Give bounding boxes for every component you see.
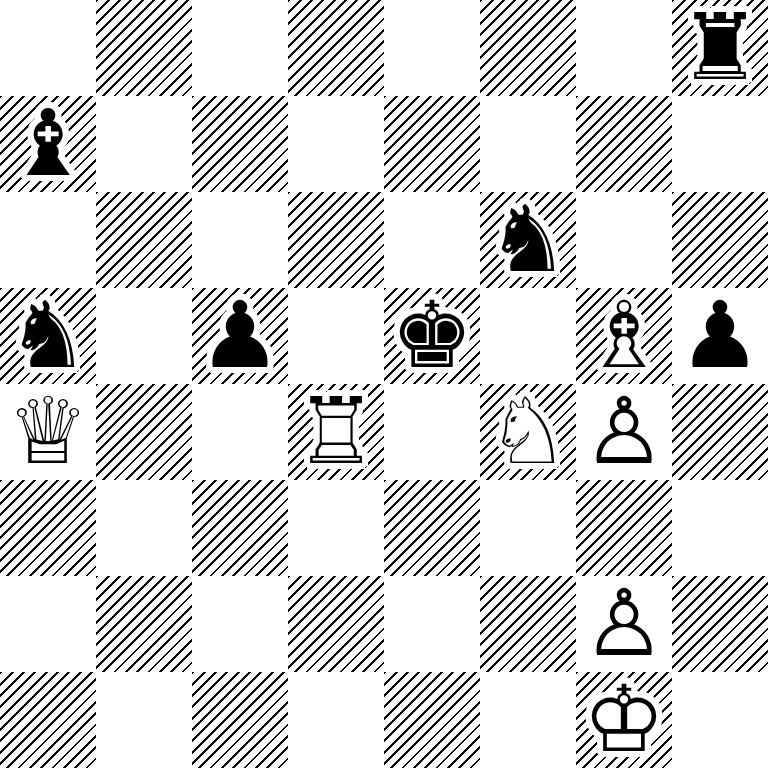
square-b4[interactable] [96, 384, 192, 480]
square-b1[interactable] [96, 672, 192, 768]
square-g8[interactable] [576, 0, 672, 96]
square-g7[interactable] [576, 96, 672, 192]
square-a6[interactable] [0, 192, 96, 288]
square-h1[interactable] [672, 672, 768, 768]
square-b8[interactable] [96, 0, 192, 96]
square-h5[interactable]: ♟♟ [672, 288, 768, 384]
square-c2[interactable] [192, 576, 288, 672]
square-e8[interactable] [384, 0, 480, 96]
piece-black-bishop[interactable]: ♝♝ [0, 96, 96, 192]
white-rook-glyph: ♖ [295, 386, 377, 478]
square-g2[interactable]: ♟♙ [576, 576, 672, 672]
black-king-glyph: ♚ [391, 290, 473, 382]
square-g1[interactable]: ♚♔ [576, 672, 672, 768]
square-f7[interactable] [480, 96, 576, 192]
black-pawn-glyph: ♟ [679, 290, 761, 382]
square-a5[interactable]: ♞♞ [0, 288, 96, 384]
square-d4[interactable]: ♜♖ [288, 384, 384, 480]
square-f5[interactable] [480, 288, 576, 384]
piece-white-pawn[interactable]: ♟♙ [576, 384, 672, 480]
square-d5[interactable] [288, 288, 384, 384]
white-pawn-glyph: ♙ [583, 386, 665, 478]
square-d7[interactable] [288, 96, 384, 192]
square-d3[interactable] [288, 480, 384, 576]
black-bishop-glyph: ♝ [7, 98, 89, 190]
square-c7[interactable] [192, 96, 288, 192]
square-g3[interactable] [576, 480, 672, 576]
piece-black-king[interactable]: ♚♚ [384, 288, 480, 384]
piece-white-pawn[interactable]: ♟♙ [576, 576, 672, 672]
square-e5[interactable]: ♚♚ [384, 288, 480, 384]
square-f6[interactable]: ♞♞ [480, 192, 576, 288]
white-king-glyph: ♔ [583, 674, 665, 766]
square-h3[interactable] [672, 480, 768, 576]
black-pawn-glyph: ♟ [199, 290, 281, 382]
square-e7[interactable] [384, 96, 480, 192]
black-rook-glyph: ♜ [679, 2, 761, 94]
piece-white-king[interactable]: ♚♔ [576, 672, 672, 768]
black-knight-glyph: ♞ [7, 290, 89, 382]
square-f2[interactable] [480, 576, 576, 672]
piece-white-knight[interactable]: ♞♘ [480, 384, 576, 480]
square-a7[interactable]: ♝♝ [0, 96, 96, 192]
square-e4[interactable] [384, 384, 480, 480]
square-a3[interactable] [0, 480, 96, 576]
square-d2[interactable] [288, 576, 384, 672]
square-b2[interactable] [96, 576, 192, 672]
square-b3[interactable] [96, 480, 192, 576]
square-h6[interactable] [672, 192, 768, 288]
piece-white-queen[interactable]: ♛♕ [0, 384, 96, 480]
square-f4[interactable]: ♞♘ [480, 384, 576, 480]
square-b5[interactable] [96, 288, 192, 384]
square-g4[interactable]: ♟♙ [576, 384, 672, 480]
piece-black-pawn[interactable]: ♟♟ [192, 288, 288, 384]
white-pawn-glyph: ♙ [583, 578, 665, 670]
square-g6[interactable] [576, 192, 672, 288]
piece-white-rook[interactable]: ♜♖ [288, 384, 384, 480]
square-c3[interactable] [192, 480, 288, 576]
piece-white-bishop[interactable]: ♝♗ [576, 288, 672, 384]
chess-board: ♜♜♝♝♞♞♞♞♟♟♚♚♝♗♟♟♛♕♜♖♞♘♟♙♟♙♚♔ [0, 0, 768, 768]
square-h4[interactable] [672, 384, 768, 480]
square-f1[interactable] [480, 672, 576, 768]
square-h7[interactable] [672, 96, 768, 192]
white-knight-glyph: ♘ [487, 386, 569, 478]
square-d8[interactable] [288, 0, 384, 96]
piece-black-rook[interactable]: ♜♜ [672, 0, 768, 96]
square-f8[interactable] [480, 0, 576, 96]
square-h2[interactable] [672, 576, 768, 672]
square-e2[interactable] [384, 576, 480, 672]
piece-black-knight[interactable]: ♞♞ [0, 288, 96, 384]
square-a4[interactable]: ♛♕ [0, 384, 96, 480]
square-e1[interactable] [384, 672, 480, 768]
black-knight-glyph: ♞ [487, 194, 569, 286]
square-h8[interactable]: ♜♜ [672, 0, 768, 96]
piece-black-knight[interactable]: ♞♞ [480, 192, 576, 288]
square-e3[interactable] [384, 480, 480, 576]
square-d6[interactable] [288, 192, 384, 288]
square-a8[interactable] [0, 0, 96, 96]
white-queen-glyph: ♕ [7, 386, 89, 478]
square-b6[interactable] [96, 192, 192, 288]
square-c4[interactable] [192, 384, 288, 480]
square-e6[interactable] [384, 192, 480, 288]
square-d1[interactable] [288, 672, 384, 768]
square-c8[interactable] [192, 0, 288, 96]
piece-black-pawn[interactable]: ♟♟ [672, 288, 768, 384]
square-c6[interactable] [192, 192, 288, 288]
square-b7[interactable] [96, 96, 192, 192]
square-a2[interactable] [0, 576, 96, 672]
square-c1[interactable] [192, 672, 288, 768]
square-c5[interactable]: ♟♟ [192, 288, 288, 384]
square-f3[interactable] [480, 480, 576, 576]
white-bishop-glyph: ♗ [583, 290, 665, 382]
square-a1[interactable] [0, 672, 96, 768]
square-g5[interactable]: ♝♗ [576, 288, 672, 384]
